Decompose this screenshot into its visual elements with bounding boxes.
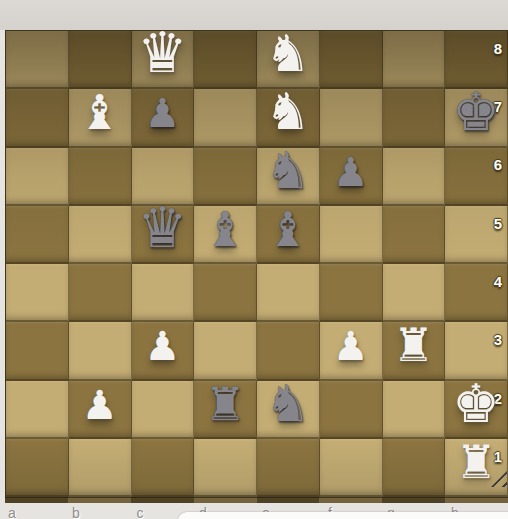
square-f4[interactable] (320, 264, 383, 322)
rank-label-5: 5 (488, 215, 502, 232)
square-c5[interactable]: ♛ (132, 206, 195, 264)
piece-black-bishop-d5[interactable]: ♝ (204, 205, 247, 253)
piece-black-king-h7[interactable]: ♚ (452, 86, 500, 139)
bottom-panel-edge (178, 512, 508, 519)
piece-black-pawn-c7[interactable]: ♟ (144, 93, 180, 133)
square-c2[interactable] (132, 381, 195, 439)
square-g4[interactable] (383, 264, 446, 322)
square-f2[interactable] (320, 381, 383, 439)
square-f8[interactable] (320, 31, 383, 89)
square-d4[interactable] (194, 264, 257, 322)
square-e5[interactable]: ♝ (257, 206, 320, 264)
square-h7[interactable]: ♚ (445, 89, 508, 147)
square-g8[interactable] (383, 31, 446, 89)
piece-black-knight-e2[interactable]: ♞ (265, 378, 311, 429)
square-e6[interactable]: ♞ (257, 148, 320, 206)
square-c7[interactable]: ♟ (132, 89, 195, 147)
square-g1[interactable] (383, 439, 446, 497)
square-f3[interactable]: ♟ (320, 322, 383, 380)
square-d7[interactable] (194, 89, 257, 147)
piece-white-king-h2[interactable]: ♚ (452, 377, 500, 430)
file-label-c: c (133, 505, 147, 519)
chess-app-window: ♛♞♝♟♞♚♞♟♛♝♝♟♟♜♟♜♞♚♜ 8 7 6 5 4 3 2 1 a b … (0, 0, 508, 519)
file-label-bar: a b c d e f g h (0, 503, 508, 519)
square-d2[interactable]: ♜ (194, 381, 257, 439)
piece-black-bishop-e5[interactable]: ♝ (266, 205, 309, 253)
square-c4[interactable] (132, 264, 195, 322)
rank-label-3: 3 (488, 331, 502, 348)
square-b2[interactable]: ♟ (69, 381, 132, 439)
square-e4[interactable] (257, 264, 320, 322)
square-b8[interactable] (69, 31, 132, 89)
square-a1[interactable] (6, 439, 69, 497)
square-a8[interactable] (6, 31, 69, 89)
piece-black-knight-e6[interactable]: ♞ (265, 145, 311, 196)
square-g7[interactable] (383, 89, 446, 147)
square-g5[interactable] (383, 206, 446, 264)
square-a2[interactable] (6, 381, 69, 439)
square-a4[interactable] (6, 264, 69, 322)
square-g3[interactable]: ♜ (383, 322, 446, 380)
square-b6[interactable] (69, 148, 132, 206)
square-c8[interactable]: ♛ (132, 31, 195, 89)
piece-white-pawn-c3[interactable]: ♟ (144, 326, 180, 366)
file-label-a: a (5, 505, 19, 519)
square-g6[interactable] (383, 148, 446, 206)
square-h2[interactable]: ♚ (445, 381, 508, 439)
square-b4[interactable] (69, 264, 132, 322)
square-a5[interactable] (6, 206, 69, 264)
square-e3[interactable] (257, 322, 320, 380)
piece-white-pawn-f3[interactable]: ♟ (333, 326, 369, 366)
piece-white-rook-h1[interactable]: ♜ (456, 439, 497, 485)
file-label-b: b (69, 505, 83, 519)
square-d3[interactable] (194, 322, 257, 380)
piece-white-knight-e7[interactable]: ♞ (265, 87, 311, 138)
square-a6[interactable] (6, 148, 69, 206)
square-b5[interactable] (69, 206, 132, 264)
piece-white-rook-g3[interactable]: ♜ (393, 323, 434, 369)
square-g2[interactable] (383, 381, 446, 439)
piece-white-bishop-b7[interactable]: ♝ (78, 89, 121, 137)
square-b3[interactable] (69, 322, 132, 380)
piece-black-pawn-f6[interactable]: ♟ (333, 152, 369, 192)
square-e7[interactable]: ♞ (257, 89, 320, 147)
square-d8[interactable] (194, 31, 257, 89)
square-f7[interactable] (320, 89, 383, 147)
square-a7[interactable] (6, 89, 69, 147)
rank-label-4: 4 (488, 273, 502, 290)
square-e8[interactable]: ♞ (257, 31, 320, 89)
piece-white-pawn-b2[interactable]: ♟ (82, 385, 118, 425)
square-f6[interactable]: ♟ (320, 148, 383, 206)
square-d6[interactable] (194, 148, 257, 206)
rank-label-8: 8 (488, 40, 502, 57)
chess-board: ♛♞♝♟♞♚♞♟♛♝♝♟♟♜♟♜♞♚♜ 8 7 6 5 4 3 2 1 (5, 30, 508, 497)
square-b1[interactable] (69, 439, 132, 497)
top-margin (0, 0, 508, 30)
square-b7[interactable]: ♝ (69, 89, 132, 147)
square-f5[interactable] (320, 206, 383, 264)
square-e2[interactable]: ♞ (257, 381, 320, 439)
square-c3[interactable]: ♟ (132, 322, 195, 380)
piece-white-knight-e8[interactable]: ♞ (265, 29, 311, 80)
square-d5[interactable]: ♝ (194, 206, 257, 264)
rank-label-6: 6 (488, 156, 502, 173)
square-c1[interactable] (132, 439, 195, 497)
piece-white-queen-c8[interactable]: ♛ (137, 26, 187, 82)
square-e1[interactable] (257, 439, 320, 497)
square-f1[interactable] (320, 439, 383, 497)
square-a3[interactable] (6, 322, 69, 380)
piece-black-queen-c5[interactable]: ♛ (137, 200, 187, 256)
square-d1[interactable] (194, 439, 257, 497)
piece-black-rook-d2[interactable]: ♜ (205, 381, 246, 427)
